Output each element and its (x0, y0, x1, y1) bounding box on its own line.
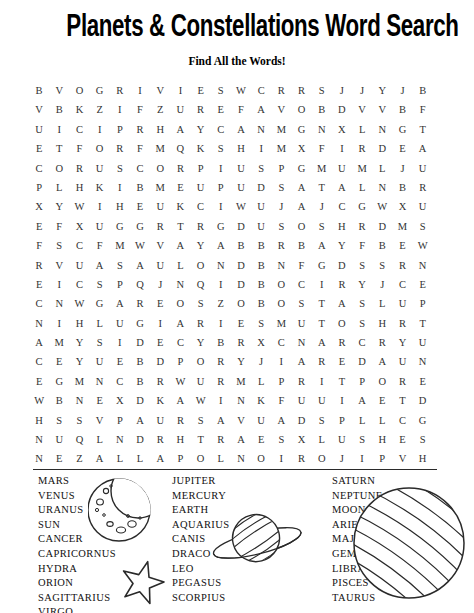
grid-cell-r2c13[interactable]: V (271, 100, 291, 119)
grid-cell-r9c13[interactable]: R (271, 236, 291, 255)
grid-cell-r1c1[interactable]: B (29, 81, 49, 100)
grid-cell-r7c20[interactable]: U (413, 197, 433, 216)
grid-cell-r1c10[interactable]: S (211, 81, 231, 100)
grid-cell-r10c7[interactable]: U (150, 256, 170, 275)
grid-cell-r13c13[interactable]: M (271, 314, 291, 333)
grid-cell-r15c15[interactable]: R (312, 352, 332, 371)
grid-cell-r19c1[interactable]: N (29, 430, 49, 449)
grid-cell-r12c4[interactable]: G (90, 294, 110, 313)
grid-cell-r16c4[interactable]: N (90, 372, 110, 391)
grid-cell-r5c7[interactable]: O (150, 159, 170, 178)
grid-cell-r12c2[interactable]: N (49, 294, 69, 313)
grid-cell-r2c19[interactable]: B (392, 100, 412, 119)
grid-cell-r16c18[interactable]: O (372, 372, 392, 391)
grid-cell-r1c6[interactable]: I (130, 81, 150, 100)
grid-cell-r8c1[interactable]: E (29, 217, 49, 236)
grid-cell-r11c3[interactable]: C (69, 275, 89, 294)
grid-cell-r9c17[interactable]: F (352, 236, 372, 255)
grid-cell-r3c11[interactable]: A (231, 120, 251, 139)
grid-cell-r10c16[interactable]: D (332, 256, 352, 275)
grid-cell-r9c20[interactable]: W (413, 236, 433, 255)
grid-cell-r1c15[interactable]: S (312, 81, 332, 100)
grid-cell-r14c9[interactable]: Y (191, 333, 211, 352)
grid-cell-r4c6[interactable]: F (130, 139, 150, 158)
grid-cell-r7c8[interactable]: K (170, 197, 190, 216)
grid-cell-r17c9[interactable]: W (191, 391, 211, 410)
grid-cell-r2c14[interactable]: O (291, 100, 311, 119)
grid-cell-r1c2[interactable]: V (49, 81, 69, 100)
grid-cell-r5c3[interactable]: R (69, 159, 89, 178)
grid-cell-r8c15[interactable]: S (312, 217, 332, 236)
grid-cell-r6c14[interactable]: A (291, 178, 311, 197)
grid-cell-r9c2[interactable]: S (49, 236, 69, 255)
grid-cell-r5c14[interactable]: G (291, 159, 311, 178)
grid-cell-r16c10[interactable]: R (211, 372, 231, 391)
grid-cell-r4c16[interactable]: I (332, 139, 352, 158)
grid-cell-r18c15[interactable]: S (312, 411, 332, 430)
grid-cell-r15c1[interactable]: C (29, 352, 49, 371)
grid-cell-r14c13[interactable]: C (271, 333, 291, 352)
grid-cell-r4c4[interactable]: O (90, 139, 110, 158)
grid-cell-r8c7[interactable]: R (150, 217, 170, 236)
grid-cell-r8c20[interactable]: S (413, 217, 433, 236)
grid-cell-r10c14[interactable]: F (291, 256, 311, 275)
grid-cell-r20c14[interactable]: R (291, 449, 311, 468)
grid-cell-r8c2[interactable]: F (49, 217, 69, 236)
grid-cell-r1c16[interactable]: J (332, 81, 352, 100)
grid-cell-r7c1[interactable]: X (29, 197, 49, 216)
grid-cell-r8c6[interactable]: G (130, 217, 150, 236)
grid-cell-r1c19[interactable]: J (392, 81, 412, 100)
grid-cell-r6c20[interactable]: R (413, 178, 433, 197)
grid-cell-r6c19[interactable]: B (392, 178, 412, 197)
grid-cell-r3c1[interactable]: U (29, 120, 49, 139)
grid-cell-r15c16[interactable]: E (332, 352, 352, 371)
grid-cell-r1c12[interactable]: C (251, 81, 271, 100)
grid-cell-r9c12[interactable]: B (251, 236, 271, 255)
grid-cell-r6c1[interactable]: P (29, 178, 49, 197)
grid-cell-r20c20[interactable]: H (413, 449, 433, 468)
grid-cell-r19c7[interactable]: R (150, 430, 170, 449)
grid-cell-r13c7[interactable]: I (150, 314, 170, 333)
grid-cell-r4c2[interactable]: T (49, 139, 69, 158)
grid-cell-r10c11[interactable]: D (231, 256, 251, 275)
grid-cell-r3c6[interactable]: R (130, 120, 150, 139)
grid-cell-r5c9[interactable]: P (191, 159, 211, 178)
grid-cell-r14c2[interactable]: M (49, 333, 69, 352)
grid-cell-r16c7[interactable]: R (150, 372, 170, 391)
grid-cell-r17c18[interactable]: E (372, 391, 392, 410)
grid-cell-r3c16[interactable]: X (332, 120, 352, 139)
grid-cell-r4c12[interactable]: I (251, 139, 271, 158)
grid-cell-r15c3[interactable]: Y (69, 352, 89, 371)
grid-cell-r14c11[interactable]: R (231, 333, 251, 352)
grid-cell-r20c16[interactable]: J (332, 449, 352, 468)
grid-cell-r11c18[interactable]: J (372, 275, 392, 294)
grid-cell-r3c17[interactable]: L (352, 120, 372, 139)
grid-cell-r17c15[interactable]: U (312, 391, 332, 410)
grid-cell-r16c3[interactable]: M (69, 372, 89, 391)
grid-cell-r17c2[interactable]: B (49, 391, 69, 410)
grid-cell-r7c2[interactable]: Y (49, 197, 69, 216)
grid-cell-r2c20[interactable]: F (413, 100, 433, 119)
grid-cell-r19c19[interactable]: E (392, 430, 412, 449)
grid-cell-r14c3[interactable]: Y (69, 333, 89, 352)
grid-cell-r13c15[interactable]: T (312, 314, 332, 333)
grid-cell-r11c11[interactable]: D (231, 275, 251, 294)
grid-cell-r15c4[interactable]: U (90, 352, 110, 371)
grid-cell-r9c9[interactable]: Y (191, 236, 211, 255)
grid-cell-r2c8[interactable]: U (170, 100, 190, 119)
grid-cell-r6c7[interactable]: M (150, 178, 170, 197)
grid-cell-r17c13[interactable]: F (271, 391, 291, 410)
grid-cell-r2c6[interactable]: F (130, 100, 150, 119)
grid-cell-r18c6[interactable]: A (130, 411, 150, 430)
grid-cell-r2c3[interactable]: K (69, 100, 89, 119)
grid-cell-r11c4[interactable]: S (90, 275, 110, 294)
grid-cell-r18c9[interactable]: S (191, 411, 211, 430)
grid-cell-r13c16[interactable]: O (332, 314, 352, 333)
grid-cell-r14c16[interactable]: R (332, 333, 352, 352)
grid-cell-r20c6[interactable]: L (130, 449, 150, 468)
grid-cell-r7c17[interactable]: G (352, 197, 372, 216)
grid-cell-r10c6[interactable]: A (130, 256, 150, 275)
grid-cell-r3c7[interactable]: H (150, 120, 170, 139)
grid-cell-r17c16[interactable]: I (332, 391, 352, 410)
grid-cell-r8c13[interactable]: S (271, 217, 291, 236)
grid-cell-r14c6[interactable]: D (130, 333, 150, 352)
grid-cell-r6c4[interactable]: K (90, 178, 110, 197)
grid-cell-r12c12[interactable]: B (251, 294, 271, 313)
grid-cell-r10c5[interactable]: S (110, 256, 130, 275)
grid-cell-r20c11[interactable]: N (231, 449, 251, 468)
grid-cell-r4c9[interactable]: K (191, 139, 211, 158)
grid-cell-r7c11[interactable]: W (231, 197, 251, 216)
grid-cell-r1c7[interactable]: V (150, 81, 170, 100)
grid-cell-r17c12[interactable]: K (251, 391, 271, 410)
grid-cell-r20c8[interactable]: P (170, 449, 190, 468)
grid-cell-r14c4[interactable]: S (90, 333, 110, 352)
grid-cell-r6c18[interactable]: N (372, 178, 392, 197)
grid-cell-r12c3[interactable]: W (69, 294, 89, 313)
grid-cell-r1c3[interactable]: O (69, 81, 89, 100)
grid-cell-r5c13[interactable]: P (271, 159, 291, 178)
grid-cell-r11c19[interactable]: C (392, 275, 412, 294)
grid-cell-r13c3[interactable]: H (69, 314, 89, 333)
grid-cell-r18c18[interactable]: L (372, 411, 392, 430)
grid-cell-r3c4[interactable]: I (90, 120, 110, 139)
grid-cell-r11c13[interactable]: O (271, 275, 291, 294)
grid-cell-r5c6[interactable]: C (130, 159, 150, 178)
grid-cell-r4c8[interactable]: Q (170, 139, 190, 158)
grid-cell-r9c16[interactable]: Y (332, 236, 352, 255)
grid-cell-r15c9[interactable]: O (191, 352, 211, 371)
grid-cell-r9c5[interactable]: M (110, 236, 130, 255)
grid-cell-r12c17[interactable]: S (352, 294, 372, 313)
grid-cell-r8c17[interactable]: R (352, 217, 372, 236)
grid-cell-r9c15[interactable]: A (312, 236, 332, 255)
grid-cell-r3c18[interactable]: N (372, 120, 392, 139)
grid-cell-r18c10[interactable]: A (211, 411, 231, 430)
grid-cell-r10c8[interactable]: L (170, 256, 190, 275)
grid-cell-r19c4[interactable]: L (90, 430, 110, 449)
grid-cell-r12c5[interactable]: A (110, 294, 130, 313)
grid-cell-r13c8[interactable]: A (170, 314, 190, 333)
grid-cell-r16c13[interactable]: P (271, 372, 291, 391)
grid-cell-r16c8[interactable]: W (170, 372, 190, 391)
grid-cell-r14c18[interactable]: R (372, 333, 392, 352)
grid-cell-r2c9[interactable]: R (191, 100, 211, 119)
grid-cell-r20c19[interactable]: V (392, 449, 412, 468)
grid-cell-r2c12[interactable]: A (251, 100, 271, 119)
grid-cell-r3c15[interactable]: N (312, 120, 332, 139)
grid-cell-r15c20[interactable]: N (413, 352, 433, 371)
grid-cell-r10c3[interactable]: U (69, 256, 89, 275)
grid-cell-r6c9[interactable]: U (191, 178, 211, 197)
grid-cell-r1c18[interactable]: Y (372, 81, 392, 100)
grid-cell-r15c18[interactable]: A (372, 352, 392, 371)
grid-cell-r10c19[interactable]: R (392, 256, 412, 275)
grid-cell-r12c11[interactable]: O (231, 294, 251, 313)
grid-cell-r12c15[interactable]: T (312, 294, 332, 313)
grid-cell-r19c17[interactable]: S (352, 430, 372, 449)
grid-cell-r9c18[interactable]: B (372, 236, 392, 255)
grid-cell-r9c10[interactable]: A (211, 236, 231, 255)
grid-cell-r6c12[interactable]: D (251, 178, 271, 197)
grid-cell-r13c11[interactable]: E (231, 314, 251, 333)
grid-cell-r5c5[interactable]: S (110, 159, 130, 178)
grid-cell-r12c16[interactable]: A (332, 294, 352, 313)
grid-cell-r7c12[interactable]: U (251, 197, 271, 216)
grid-cell-r15c19[interactable]: U (392, 352, 412, 371)
grid-cell-r7c14[interactable]: A (291, 197, 311, 216)
grid-cell-r18c5[interactable]: P (110, 411, 130, 430)
grid-cell-r6c5[interactable]: I (110, 178, 130, 197)
grid-cell-r3c12[interactable]: N (251, 120, 271, 139)
grid-cell-r3c20[interactable]: T (413, 120, 433, 139)
grid-cell-r11c17[interactable]: Y (352, 275, 372, 294)
grid-cell-r14c10[interactable]: B (211, 333, 231, 352)
grid-cell-r7c19[interactable]: X (392, 197, 412, 216)
grid-cell-r16c19[interactable]: R (392, 372, 412, 391)
grid-cell-r11c7[interactable]: J (150, 275, 170, 294)
grid-cell-r16c6[interactable]: B (130, 372, 150, 391)
grid-cell-r13c5[interactable]: U (110, 314, 130, 333)
grid-cell-r5c15[interactable]: M (312, 159, 332, 178)
grid-cell-r9c3[interactable]: C (69, 236, 89, 255)
grid-cell-r5c1[interactable]: C (29, 159, 49, 178)
grid-cell-r13c14[interactable]: U (291, 314, 311, 333)
grid-cell-r19c5[interactable]: N (110, 430, 130, 449)
grid-cell-r20c10[interactable]: L (211, 449, 231, 468)
grid-cell-r8c11[interactable]: D (231, 217, 251, 236)
grid-cell-r7c7[interactable]: U (150, 197, 170, 216)
grid-cell-r8c16[interactable]: H (332, 217, 352, 236)
grid-cell-r19c18[interactable]: H (372, 430, 392, 449)
grid-cell-r11c8[interactable]: N (170, 275, 190, 294)
grid-cell-r1c4[interactable]: G (90, 81, 110, 100)
grid-cell-r8c19[interactable]: M (392, 217, 412, 236)
grid-cell-r17c8[interactable]: A (170, 391, 190, 410)
grid-cell-r9c11[interactable]: B (231, 236, 251, 255)
grid-cell-r16c5[interactable]: C (110, 372, 130, 391)
grid-cell-r10c1[interactable]: R (29, 256, 49, 275)
grid-cell-r18c13[interactable]: A (271, 411, 291, 430)
grid-cell-r3c10[interactable]: C (211, 120, 231, 139)
grid-cell-r14c14[interactable]: N (291, 333, 311, 352)
grid-cell-r17c5[interactable]: X (110, 391, 130, 410)
grid-cell-r20c7[interactable]: A (150, 449, 170, 468)
grid-cell-r3c8[interactable]: A (170, 120, 190, 139)
grid-cell-r6c3[interactable]: H (69, 178, 89, 197)
grid-cell-r16c16[interactable]: T (332, 372, 352, 391)
grid-cell-r6c16[interactable]: A (332, 178, 352, 197)
grid-cell-r17c4[interactable]: E (90, 391, 110, 410)
grid-cell-r4c19[interactable]: E (392, 139, 412, 158)
grid-cell-r17c19[interactable]: T (392, 391, 412, 410)
grid-cell-r18c20[interactable]: G (413, 411, 433, 430)
grid-cell-r6c2[interactable]: L (49, 178, 69, 197)
grid-cell-r5c17[interactable]: M (352, 159, 372, 178)
grid-cell-r13c6[interactable]: G (130, 314, 150, 333)
grid-cell-r2c7[interactable]: Z (150, 100, 170, 119)
grid-cell-r2c11[interactable]: F (231, 100, 251, 119)
grid-cell-r17c10[interactable]: I (211, 391, 231, 410)
grid-cell-r4c15[interactable]: F (312, 139, 332, 158)
grid-cell-r12c13[interactable]: O (271, 294, 291, 313)
grid-cell-r11c15[interactable]: I (312, 275, 332, 294)
grid-cell-r18c2[interactable]: S (49, 411, 69, 430)
grid-cell-r10c2[interactable]: V (49, 256, 69, 275)
grid-cell-r16c17[interactable]: P (352, 372, 372, 391)
grid-cell-r11c9[interactable]: Q (191, 275, 211, 294)
grid-cell-r16c12[interactable]: L (251, 372, 271, 391)
grid-cell-r3c5[interactable]: P (110, 120, 130, 139)
grid-cell-r15c8[interactable]: P (170, 352, 190, 371)
grid-cell-r12c19[interactable]: U (392, 294, 412, 313)
grid-cell-r9c19[interactable]: E (392, 236, 412, 255)
grid-cell-r18c7[interactable]: U (150, 411, 170, 430)
grid-cell-r10c13[interactable]: N (271, 256, 291, 275)
grid-cell-r15c11[interactable]: Y (231, 352, 251, 371)
grid-cell-r12c14[interactable]: S (291, 294, 311, 313)
grid-cell-r20c1[interactable]: N (29, 449, 49, 468)
grid-cell-r3c2[interactable]: I (49, 120, 69, 139)
grid-cell-r9c6[interactable]: W (130, 236, 150, 255)
grid-cell-r7c6[interactable]: E (130, 197, 150, 216)
grid-cell-r18c11[interactable]: V (231, 411, 251, 430)
grid-cell-r13c19[interactable]: R (392, 314, 412, 333)
grid-cell-r6c13[interactable]: S (271, 178, 291, 197)
grid-cell-r1c5[interactable]: R (110, 81, 130, 100)
grid-cell-r15c12[interactable]: J (251, 352, 271, 371)
grid-cell-r7c4[interactable]: I (90, 197, 110, 216)
grid-cell-r5c11[interactable]: U (231, 159, 251, 178)
grid-cell-r11c10[interactable]: I (211, 275, 231, 294)
grid-cell-r11c16[interactable]: R (332, 275, 352, 294)
grid-cell-r10c4[interactable]: A (90, 256, 110, 275)
grid-cell-r20c4[interactable]: A (90, 449, 110, 468)
grid-cell-r11c2[interactable]: I (49, 275, 69, 294)
grid-cell-r2c17[interactable]: V (352, 100, 372, 119)
grid-cell-r14c19[interactable]: Y (392, 333, 412, 352)
grid-cell-r17c20[interactable]: D (413, 391, 433, 410)
grid-cell-r14c12[interactable]: X (251, 333, 271, 352)
grid-cell-r7c13[interactable]: J (271, 197, 291, 216)
grid-cell-r18c17[interactable]: L (352, 411, 372, 430)
grid-cell-r15c6[interactable]: B (130, 352, 150, 371)
grid-cell-r11c14[interactable]: C (291, 275, 311, 294)
grid-cell-r7c16[interactable]: C (332, 197, 352, 216)
grid-cell-r16c20[interactable]: E (413, 372, 433, 391)
grid-cell-r19c13[interactable]: S (271, 430, 291, 449)
grid-cell-r15c2[interactable]: E (49, 352, 69, 371)
grid-cell-r12c1[interactable]: C (29, 294, 49, 313)
grid-cell-r3c19[interactable]: G (392, 120, 412, 139)
grid-cell-r6c11[interactable]: U (231, 178, 251, 197)
grid-cell-r16c2[interactable]: G (49, 372, 69, 391)
grid-cell-r20c15[interactable]: O (312, 449, 332, 468)
grid-cell-r19c15[interactable]: L (312, 430, 332, 449)
grid-cell-r9c4[interactable]: F (90, 236, 110, 255)
grid-cell-r19c16[interactable]: U (332, 430, 352, 449)
grid-cell-r14c20[interactable]: U (413, 333, 433, 352)
grid-cell-r19c10[interactable]: R (211, 430, 231, 449)
grid-cell-r12c7[interactable]: E (150, 294, 170, 313)
grid-cell-r4c20[interactable]: A (413, 139, 433, 158)
grid-cell-r10c20[interactable]: N (413, 256, 433, 275)
grid-cell-r14c7[interactable]: E (150, 333, 170, 352)
grid-cell-r6c10[interactable]: P (211, 178, 231, 197)
grid-cell-r17c1[interactable]: W (29, 391, 49, 410)
grid-cell-r8c12[interactable]: U (251, 217, 271, 236)
grid-cell-r14c8[interactable]: C (170, 333, 190, 352)
grid-cell-r10c15[interactable]: G (312, 256, 332, 275)
grid-cell-r12c6[interactable]: R (130, 294, 150, 313)
grid-cell-r6c8[interactable]: E (170, 178, 190, 197)
grid-cell-r8c18[interactable]: D (372, 217, 392, 236)
grid-cell-r13c20[interactable]: T (413, 314, 433, 333)
grid-cell-r16c1[interactable]: E (29, 372, 49, 391)
grid-cell-r11c12[interactable]: B (251, 275, 271, 294)
grid-cell-r5c19[interactable]: J (392, 159, 412, 178)
grid-cell-r11c5[interactable]: P (110, 275, 130, 294)
grid-cell-r10c12[interactable]: B (251, 256, 271, 275)
grid-cell-r1c11[interactable]: W (231, 81, 251, 100)
grid-cell-r13c1[interactable]: N (29, 314, 49, 333)
grid-cell-r11c20[interactable]: E (413, 275, 433, 294)
grid-cell-r16c15[interactable]: I (312, 372, 332, 391)
grid-cell-r2c10[interactable]: E (211, 100, 231, 119)
grid-cell-r18c8[interactable]: R (170, 411, 190, 430)
grid-cell-r14c1[interactable]: A (29, 333, 49, 352)
grid-cell-r9c1[interactable]: F (29, 236, 49, 255)
grid-cell-r14c17[interactable]: C (352, 333, 372, 352)
grid-cell-r8c8[interactable]: T (170, 217, 190, 236)
grid-cell-r13c4[interactable]: L (90, 314, 110, 333)
grid-cell-r12c20[interactable]: P (413, 294, 433, 313)
grid-cell-r1c17[interactable]: J (352, 81, 372, 100)
grid-cell-r5c12[interactable]: S (251, 159, 271, 178)
grid-cell-r4c3[interactable]: F (69, 139, 89, 158)
grid-cell-r1c9[interactable]: E (191, 81, 211, 100)
grid-cell-r3c13[interactable]: M (271, 120, 291, 139)
grid-cell-r15c10[interactable]: R (211, 352, 231, 371)
grid-cell-r14c5[interactable]: I (110, 333, 130, 352)
grid-cell-r17c17[interactable]: A (352, 391, 372, 410)
grid-cell-r1c20[interactable]: B (413, 81, 433, 100)
grid-cell-r20c3[interactable]: Z (69, 449, 89, 468)
